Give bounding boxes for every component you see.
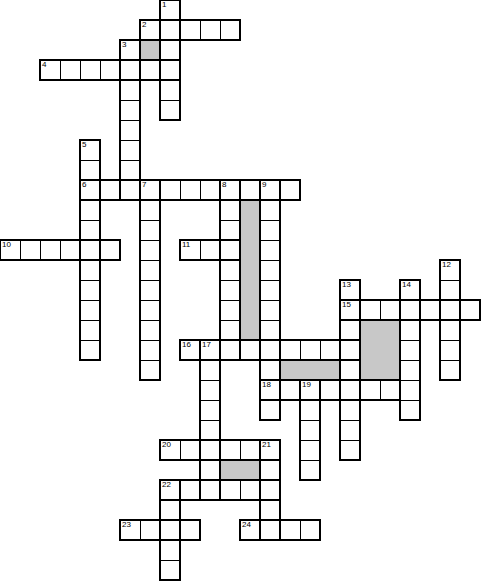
cell-separator bbox=[121, 160, 139, 161]
clue-number-20: 20 bbox=[162, 441, 178, 450]
cell-separator bbox=[141, 240, 159, 241]
cell-separator bbox=[200, 481, 201, 499]
cell-separator bbox=[420, 301, 421, 319]
cell-separator bbox=[220, 481, 221, 499]
cell-separator bbox=[240, 341, 241, 359]
cell-separator bbox=[220, 441, 221, 459]
cell-separator bbox=[160, 521, 161, 539]
cell-separator bbox=[81, 280, 99, 281]
crossword-page: 123456789101112131415161718192021222324 bbox=[0, 0, 481, 581]
clue-number-19: 19 bbox=[302, 381, 318, 390]
cell-separator bbox=[220, 241, 221, 259]
clue-number-3: 3 bbox=[122, 41, 138, 50]
clue-number-15: 15 bbox=[342, 301, 358, 310]
cell-separator bbox=[161, 560, 179, 561]
cell-separator bbox=[141, 260, 159, 261]
cell-separator bbox=[141, 340, 159, 341]
cell-separator bbox=[300, 341, 301, 359]
cell-separator bbox=[441, 280, 459, 281]
cell-separator bbox=[261, 300, 279, 301]
cell-separator bbox=[200, 21, 201, 39]
clue-number-21: 21 bbox=[262, 441, 278, 450]
cell-separator bbox=[240, 481, 241, 499]
cell-separator bbox=[261, 320, 279, 321]
cell-separator bbox=[260, 521, 261, 539]
highlighted-answer-cells bbox=[240, 200, 260, 340]
cell-separator bbox=[280, 521, 281, 539]
cell-separator bbox=[401, 400, 419, 401]
cell-separator bbox=[221, 200, 239, 201]
cell-separator bbox=[141, 220, 159, 221]
cell-separator bbox=[401, 360, 419, 361]
cell-separator bbox=[400, 301, 401, 319]
cell-separator bbox=[380, 381, 381, 399]
cell-separator bbox=[261, 200, 279, 201]
cell-separator bbox=[81, 220, 99, 221]
cell-separator bbox=[100, 61, 101, 79]
clue-number-4: 4 bbox=[42, 61, 58, 70]
cell-separator bbox=[120, 181, 121, 199]
clue-number-6: 6 bbox=[82, 181, 98, 190]
cell-separator bbox=[401, 380, 419, 381]
cell-separator bbox=[161, 100, 179, 101]
cell-separator bbox=[320, 341, 321, 359]
cell-separator bbox=[20, 241, 21, 259]
cell-separator bbox=[141, 360, 159, 361]
cell-separator bbox=[81, 320, 99, 321]
cell-separator bbox=[81, 300, 99, 301]
clue-number-10: 10 bbox=[2, 241, 18, 250]
cell-separator bbox=[141, 200, 159, 201]
cell-separator bbox=[201, 400, 219, 401]
cell-separator bbox=[201, 420, 219, 421]
cell-separator bbox=[201, 380, 219, 381]
cell-separator bbox=[161, 500, 179, 501]
cell-separator bbox=[200, 441, 201, 459]
clue-number-9: 9 bbox=[262, 181, 278, 190]
cell-separator bbox=[441, 340, 459, 341]
word-box-8-down[interactable] bbox=[219, 179, 241, 361]
cell-separator bbox=[261, 280, 279, 281]
cell-separator bbox=[180, 521, 181, 539]
cell-separator bbox=[280, 341, 281, 359]
cell-separator bbox=[80, 241, 81, 259]
cell-separator bbox=[180, 441, 181, 459]
cell-separator bbox=[100, 181, 101, 199]
cell-separator bbox=[300, 521, 301, 539]
cell-separator bbox=[360, 381, 361, 399]
clue-number-23: 23 bbox=[122, 521, 138, 530]
cell-separator bbox=[280, 381, 281, 399]
cell-separator bbox=[100, 241, 101, 259]
cell-separator bbox=[141, 280, 159, 281]
cell-separator bbox=[360, 301, 361, 319]
cell-separator bbox=[120, 61, 121, 79]
cell-separator bbox=[460, 301, 461, 319]
cell-separator bbox=[221, 280, 239, 281]
cell-separator bbox=[441, 360, 459, 361]
clue-number-17: 17 bbox=[202, 341, 218, 350]
cell-separator bbox=[341, 440, 359, 441]
cell-separator bbox=[221, 300, 239, 301]
clue-number-24: 24 bbox=[242, 521, 258, 530]
clue-number-16: 16 bbox=[182, 341, 198, 350]
cell-separator bbox=[140, 61, 141, 79]
cell-separator bbox=[341, 420, 359, 421]
cell-separator bbox=[401, 340, 419, 341]
cell-separator bbox=[60, 61, 61, 79]
crossword-board: 123456789101112131415161718192021222324 bbox=[0, 0, 481, 581]
clue-number-1: 1 bbox=[162, 1, 178, 10]
highlighted-answer-cells bbox=[280, 360, 340, 380]
cell-separator bbox=[140, 521, 141, 539]
cell-separator bbox=[180, 181, 181, 199]
cell-separator bbox=[301, 460, 319, 461]
cell-separator bbox=[40, 241, 41, 259]
cell-separator bbox=[121, 140, 139, 141]
highlighted-answer-cells bbox=[360, 320, 400, 380]
cell-separator bbox=[201, 360, 219, 361]
clue-number-14: 14 bbox=[402, 281, 418, 290]
cell-separator bbox=[121, 120, 139, 121]
clue-number-22: 22 bbox=[162, 481, 178, 490]
cell-separator bbox=[221, 320, 239, 321]
clue-number-8: 8 bbox=[222, 181, 238, 190]
cell-separator bbox=[81, 340, 99, 341]
clue-number-7: 7 bbox=[142, 181, 158, 190]
cell-separator bbox=[200, 181, 201, 199]
clue-number-5: 5 bbox=[82, 141, 98, 150]
cell-separator bbox=[240, 441, 241, 459]
cell-separator bbox=[340, 381, 341, 399]
cell-separator bbox=[141, 300, 159, 301]
cell-separator bbox=[141, 320, 159, 321]
cell-separator bbox=[440, 301, 441, 319]
cell-separator bbox=[301, 420, 319, 421]
cell-separator bbox=[221, 220, 239, 221]
cell-separator bbox=[261, 220, 279, 221]
cell-separator bbox=[81, 160, 99, 161]
cell-separator bbox=[220, 21, 221, 39]
cell-separator bbox=[380, 301, 381, 319]
word-box-19-down[interactable] bbox=[299, 379, 321, 481]
cell-separator bbox=[301, 440, 319, 441]
clue-number-2: 2 bbox=[142, 21, 158, 30]
cell-separator bbox=[60, 241, 61, 259]
cell-separator bbox=[200, 241, 201, 259]
cell-separator bbox=[80, 61, 81, 79]
clue-number-12: 12 bbox=[442, 261, 458, 270]
cell-separator bbox=[160, 41, 161, 59]
cell-separator bbox=[261, 460, 279, 461]
cell-separator bbox=[260, 481, 261, 499]
highlighted-answer-cells bbox=[220, 460, 260, 480]
cell-separator bbox=[301, 400, 319, 401]
cell-separator bbox=[261, 240, 279, 241]
cell-separator bbox=[121, 100, 139, 101]
cell-separator bbox=[160, 61, 161, 79]
cell-separator bbox=[340, 341, 341, 359]
cell-separator bbox=[180, 21, 181, 39]
clue-number-18: 18 bbox=[262, 381, 278, 390]
clue-number-11: 11 bbox=[182, 241, 198, 250]
clue-number-13: 13 bbox=[342, 281, 358, 290]
cell-separator bbox=[260, 341, 261, 359]
cell-separator bbox=[261, 260, 279, 261]
